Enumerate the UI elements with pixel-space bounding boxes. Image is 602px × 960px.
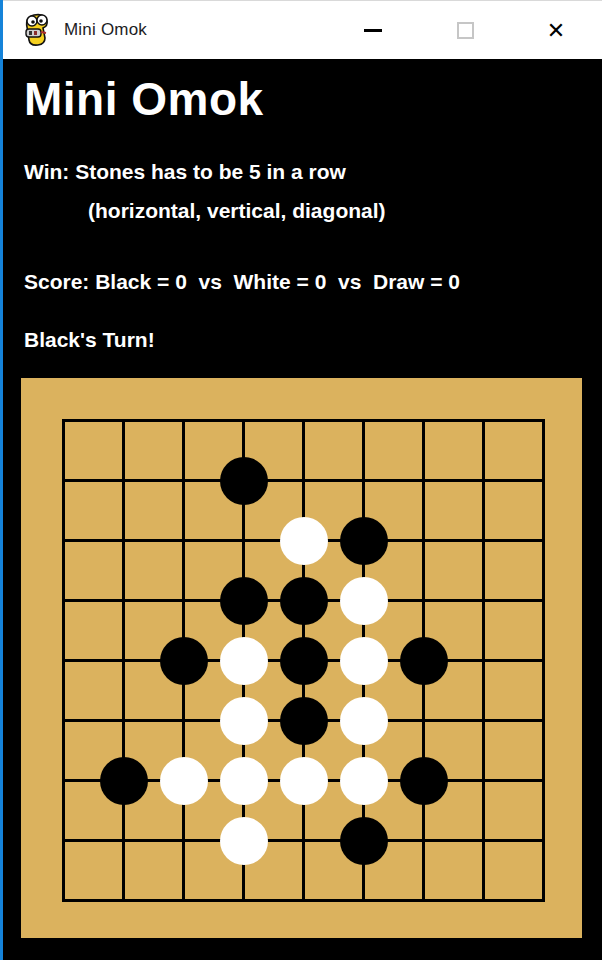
close-icon: ✕ (547, 20, 565, 42)
pygame-snake-icon (21, 12, 55, 48)
board-cell[interactable] (245, 782, 305, 842)
window-accent-border (0, 0, 3, 960)
omok-board-grid (62, 419, 545, 902)
board-cell[interactable] (125, 482, 185, 542)
board-cell[interactable] (425, 482, 485, 542)
board-cell[interactable] (425, 602, 485, 662)
board-cell[interactable] (485, 422, 545, 482)
board-cell[interactable] (305, 662, 365, 722)
board-cell[interactable] (185, 782, 245, 842)
board-cell[interactable] (365, 482, 425, 542)
rule-line-2: (horizontal, vertical, diagonal) (88, 200, 386, 221)
board-cell[interactable] (305, 782, 365, 842)
board-cell[interactable] (425, 542, 485, 602)
close-button[interactable]: ✕ (526, 1, 586, 60)
board-cell[interactable] (365, 662, 425, 722)
board-cell[interactable] (305, 422, 365, 482)
board-cell[interactable] (305, 602, 365, 662)
board-cell[interactable] (305, 542, 365, 602)
board-cell[interactable] (245, 842, 305, 902)
board-cell[interactable] (65, 422, 125, 482)
board-cell[interactable] (65, 782, 125, 842)
board-cell[interactable] (245, 422, 305, 482)
board-cell[interactable] (185, 842, 245, 902)
board-cell[interactable] (425, 722, 485, 782)
board-cell[interactable] (425, 842, 485, 902)
board-cell[interactable] (185, 722, 245, 782)
omok-board[interactable] (21, 378, 582, 938)
board-cell[interactable] (485, 842, 545, 902)
board-cell[interactable] (65, 542, 125, 602)
titlebar: Mini Omok ✕ (0, 0, 602, 59)
board-cell[interactable] (185, 482, 245, 542)
board-cell[interactable] (185, 542, 245, 602)
board-cell[interactable] (425, 662, 485, 722)
board-cell[interactable] (365, 782, 425, 842)
board-cell[interactable] (245, 602, 305, 662)
minimize-icon (364, 29, 382, 32)
minimize-button[interactable] (343, 1, 403, 60)
board-cell[interactable] (365, 422, 425, 482)
board-cell[interactable] (365, 842, 425, 902)
board-cell[interactable] (485, 602, 545, 662)
app-window: Mini Omok ✕ Mini Omok Win: Stones has to… (0, 0, 602, 960)
maximize-icon (457, 22, 474, 39)
board-cell[interactable] (365, 602, 425, 662)
page-title: Mini Omok (24, 76, 264, 122)
board-cell[interactable] (185, 602, 245, 662)
board-cell[interactable] (245, 482, 305, 542)
board-cell[interactable] (65, 482, 125, 542)
board-cell[interactable] (125, 422, 185, 482)
board-cell[interactable] (245, 542, 305, 602)
board-cell[interactable] (125, 722, 185, 782)
maximize-button[interactable] (435, 1, 495, 60)
board-cell[interactable] (185, 662, 245, 722)
board-cell[interactable] (125, 842, 185, 902)
board-cell[interactable] (65, 842, 125, 902)
turn-indicator: Black's Turn! (24, 329, 155, 350)
score-line: Score: Black = 0 vs White = 0 vs Draw = … (24, 271, 460, 292)
board-cell[interactable] (365, 542, 425, 602)
board-cell[interactable] (245, 722, 305, 782)
board-cell[interactable] (485, 782, 545, 842)
board-cell[interactable] (485, 482, 545, 542)
board-cell[interactable] (65, 722, 125, 782)
board-cell[interactable] (305, 842, 365, 902)
board-cell[interactable] (125, 542, 185, 602)
board-cell[interactable] (125, 602, 185, 662)
board-cell[interactable] (185, 422, 245, 482)
board-cell[interactable] (305, 482, 365, 542)
board-cell[interactable] (485, 722, 545, 782)
board-cell[interactable] (245, 662, 305, 722)
board-cell[interactable] (65, 602, 125, 662)
board-cell[interactable] (125, 782, 185, 842)
rule-line-1: Win: Stones has to be 5 in a row (24, 161, 346, 182)
board-cell[interactable] (485, 662, 545, 722)
board-cell[interactable] (425, 782, 485, 842)
board-cell[interactable] (65, 662, 125, 722)
board-cell[interactable] (425, 422, 485, 482)
board-cell[interactable] (365, 722, 425, 782)
window-title: Mini Omok (64, 20, 147, 40)
board-cell[interactable] (305, 722, 365, 782)
board-cell[interactable] (125, 662, 185, 722)
board-cell[interactable] (485, 542, 545, 602)
